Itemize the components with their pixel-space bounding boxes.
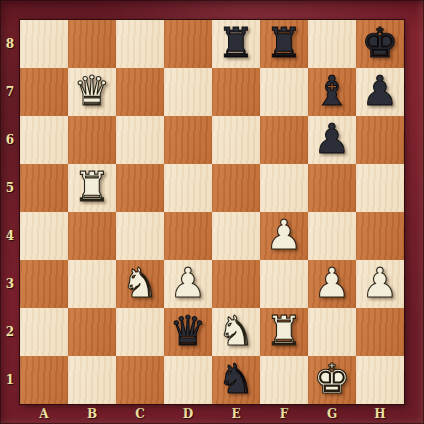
square-f4[interactable]: ♟ xyxy=(260,212,308,260)
square-c1[interactable] xyxy=(116,356,164,404)
rank-label-1: 1 xyxy=(0,356,20,404)
square-e2[interactable]: ♞ xyxy=(212,308,260,356)
square-h1[interactable] xyxy=(356,356,404,404)
board-frame: 87654321 ABCDEFGH ♜♜♚♛♝♟♟♜♟♞♟♟♟♛♞♜♞♚ xyxy=(0,0,424,424)
square-f7[interactable] xyxy=(260,68,308,116)
square-g7[interactable]: ♝ xyxy=(308,68,356,116)
piece-white-king[interactable]: ♚ xyxy=(314,355,351,403)
square-d8[interactable] xyxy=(164,20,212,68)
file-label-f: F xyxy=(260,404,308,424)
file-label-b: B xyxy=(68,404,116,424)
piece-white-rook[interactable]: ♜ xyxy=(266,307,303,355)
piece-black-queen[interactable]: ♛ xyxy=(170,307,207,355)
file-labels: ABCDEFGH xyxy=(20,404,404,424)
square-a1[interactable] xyxy=(20,356,68,404)
square-a3[interactable] xyxy=(20,260,68,308)
rank-label-3: 3 xyxy=(0,260,20,308)
square-a7[interactable] xyxy=(20,68,68,116)
square-f1[interactable] xyxy=(260,356,308,404)
square-a6[interactable] xyxy=(20,116,68,164)
piece-white-pawn[interactable]: ♟ xyxy=(170,259,207,307)
square-e5[interactable] xyxy=(212,164,260,212)
rank-label-6: 6 xyxy=(0,116,20,164)
square-h6[interactable] xyxy=(356,116,404,164)
square-c3[interactable]: ♞ xyxy=(116,260,164,308)
piece-white-knight[interactable]: ♞ xyxy=(122,259,159,307)
square-c6[interactable] xyxy=(116,116,164,164)
square-c4[interactable] xyxy=(116,212,164,260)
square-b2[interactable] xyxy=(68,308,116,356)
square-a5[interactable] xyxy=(20,164,68,212)
square-d2[interactable]: ♛ xyxy=(164,308,212,356)
square-g3[interactable]: ♟ xyxy=(308,260,356,308)
chess-board: ♜♜♚♛♝♟♟♜♟♞♟♟♟♛♞♜♞♚ xyxy=(20,20,404,404)
piece-white-queen[interactable]: ♛ xyxy=(74,67,111,115)
square-d7[interactable] xyxy=(164,68,212,116)
square-g6[interactable]: ♟ xyxy=(308,116,356,164)
square-e3[interactable] xyxy=(212,260,260,308)
square-g8[interactable] xyxy=(308,20,356,68)
file-label-h: H xyxy=(356,404,404,424)
square-f8[interactable]: ♜ xyxy=(260,20,308,68)
square-h3[interactable]: ♟ xyxy=(356,260,404,308)
file-label-c: C xyxy=(116,404,164,424)
file-label-a: A xyxy=(20,404,68,424)
piece-black-knight[interactable]: ♞ xyxy=(218,355,255,403)
square-b8[interactable] xyxy=(68,20,116,68)
square-e6[interactable] xyxy=(212,116,260,164)
square-e1[interactable]: ♞ xyxy=(212,356,260,404)
piece-white-pawn[interactable]: ♟ xyxy=(266,211,303,259)
square-a2[interactable] xyxy=(20,308,68,356)
square-b4[interactable] xyxy=(68,212,116,260)
rank-label-5: 5 xyxy=(0,164,20,212)
square-c7[interactable] xyxy=(116,68,164,116)
rank-labels: 87654321 xyxy=(0,20,20,404)
square-d1[interactable] xyxy=(164,356,212,404)
square-d4[interactable] xyxy=(164,212,212,260)
square-h4[interactable] xyxy=(356,212,404,260)
square-h8[interactable]: ♚ xyxy=(356,20,404,68)
rank-label-8: 8 xyxy=(0,20,20,68)
piece-white-rook[interactable]: ♜ xyxy=(74,163,111,211)
file-label-e: E xyxy=(212,404,260,424)
rank-label-4: 4 xyxy=(0,212,20,260)
square-b1[interactable] xyxy=(68,356,116,404)
square-h2[interactable] xyxy=(356,308,404,356)
square-f6[interactable] xyxy=(260,116,308,164)
file-label-d: D xyxy=(164,404,212,424)
rank-label-7: 7 xyxy=(0,68,20,116)
square-d6[interactable] xyxy=(164,116,212,164)
piece-black-pawn[interactable]: ♟ xyxy=(314,115,351,163)
square-f5[interactable] xyxy=(260,164,308,212)
piece-white-knight[interactable]: ♞ xyxy=(218,307,255,355)
piece-black-rook[interactable]: ♜ xyxy=(266,19,303,67)
square-g1[interactable]: ♚ xyxy=(308,356,356,404)
square-e4[interactable] xyxy=(212,212,260,260)
square-b5[interactable]: ♜ xyxy=(68,164,116,212)
square-h5[interactable] xyxy=(356,164,404,212)
square-b6[interactable] xyxy=(68,116,116,164)
square-d3[interactable]: ♟ xyxy=(164,260,212,308)
piece-black-pawn[interactable]: ♟ xyxy=(362,67,399,115)
square-a4[interactable] xyxy=(20,212,68,260)
square-h7[interactable]: ♟ xyxy=(356,68,404,116)
square-a8[interactable] xyxy=(20,20,68,68)
square-b7[interactable]: ♛ xyxy=(68,68,116,116)
square-g2[interactable] xyxy=(308,308,356,356)
square-c8[interactable] xyxy=(116,20,164,68)
square-c5[interactable] xyxy=(116,164,164,212)
square-c2[interactable] xyxy=(116,308,164,356)
piece-black-bishop[interactable]: ♝ xyxy=(314,67,351,115)
square-e8[interactable]: ♜ xyxy=(212,20,260,68)
piece-white-pawn[interactable]: ♟ xyxy=(314,259,351,307)
piece-black-rook[interactable]: ♜ xyxy=(218,19,255,67)
square-b3[interactable] xyxy=(68,260,116,308)
file-label-g: G xyxy=(308,404,356,424)
square-f3[interactable] xyxy=(260,260,308,308)
square-e7[interactable] xyxy=(212,68,260,116)
square-g5[interactable] xyxy=(308,164,356,212)
piece-white-pawn[interactable]: ♟ xyxy=(362,259,399,307)
piece-black-king[interactable]: ♚ xyxy=(362,19,399,67)
rank-label-2: 2 xyxy=(0,308,20,356)
square-d5[interactable] xyxy=(164,164,212,212)
square-g4[interactable] xyxy=(308,212,356,260)
square-f2[interactable]: ♜ xyxy=(260,308,308,356)
